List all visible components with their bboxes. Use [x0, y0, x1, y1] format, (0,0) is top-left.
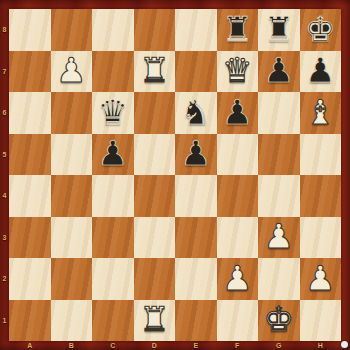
- file-label-h: H: [300, 341, 342, 350]
- square-g5[interactable]: [258, 134, 300, 176]
- square-b3[interactable]: [51, 217, 93, 259]
- square-c1[interactable]: [92, 300, 134, 342]
- square-h4[interactable]: [300, 175, 342, 217]
- square-f1[interactable]: [217, 300, 259, 342]
- side-to-move-indicator: [341, 341, 348, 348]
- rank-label-7: 7: [0, 51, 9, 93]
- file-label-a: A: [9, 341, 51, 350]
- square-c4[interactable]: [92, 175, 134, 217]
- square-e4[interactable]: [175, 175, 217, 217]
- white-pawn-g3[interactable]: ♟: [264, 219, 294, 253]
- rank-label-8: 8: [0, 9, 9, 51]
- square-g2[interactable]: [258, 258, 300, 300]
- black-knight-e6[interactable]: ♞: [181, 95, 211, 129]
- square-c2[interactable]: [92, 258, 134, 300]
- square-h8[interactable]: ♚: [300, 9, 342, 51]
- file-label-c: C: [92, 341, 134, 350]
- square-h2[interactable]: ♟: [300, 258, 342, 300]
- rank-label-6: 6: [0, 92, 9, 134]
- white-pawn-f2[interactable]: ♟: [222, 261, 252, 295]
- black-pawn-h7[interactable]: ♟: [305, 53, 335, 87]
- square-d6[interactable]: [134, 92, 176, 134]
- white-queen-f7[interactable]: ♛: [222, 53, 252, 87]
- square-c6[interactable]: ♛: [92, 92, 134, 134]
- white-king-g1[interactable]: ♚: [264, 302, 294, 336]
- white-pawn-h2[interactable]: ♟: [305, 261, 335, 295]
- square-h1[interactable]: [300, 300, 342, 342]
- square-d1[interactable]: ♜: [134, 300, 176, 342]
- square-b4[interactable]: [51, 175, 93, 217]
- black-pawn-f6[interactable]: ♟: [222, 95, 252, 129]
- square-d7[interactable]: ♜: [134, 51, 176, 93]
- square-c7[interactable]: [92, 51, 134, 93]
- square-b2[interactable]: [51, 258, 93, 300]
- square-h7[interactable]: ♟: [300, 51, 342, 93]
- square-b6[interactable]: [51, 92, 93, 134]
- square-d4[interactable]: [134, 175, 176, 217]
- black-rook-f8[interactable]: ♜: [222, 12, 252, 46]
- square-f8[interactable]: ♜: [217, 9, 259, 51]
- square-c3[interactable]: [92, 217, 134, 259]
- chess-frame: ♜♜♚♟♜♛♟♟♛♞♟♝♟♟♟♟♟♜♚ 87654321 ABCDEFGH: [0, 0, 350, 350]
- square-g4[interactable]: [258, 175, 300, 217]
- rank-label-4: 4: [0, 175, 9, 217]
- square-f4[interactable]: [217, 175, 259, 217]
- square-c8[interactable]: [92, 9, 134, 51]
- square-a8[interactable]: [9, 9, 51, 51]
- square-g1[interactable]: ♚: [258, 300, 300, 342]
- square-e3[interactable]: [175, 217, 217, 259]
- rank-label-1: 1: [0, 300, 9, 342]
- square-d2[interactable]: [134, 258, 176, 300]
- file-label-f: F: [217, 341, 259, 350]
- square-a4[interactable]: [9, 175, 51, 217]
- chess-board: ♜♜♚♟♜♛♟♟♛♞♟♝♟♟♟♟♟♜♚: [9, 9, 341, 341]
- square-a7[interactable]: [9, 51, 51, 93]
- square-b8[interactable]: [51, 9, 93, 51]
- square-c5[interactable]: ♟: [92, 134, 134, 176]
- square-d3[interactable]: [134, 217, 176, 259]
- square-g7[interactable]: ♟: [258, 51, 300, 93]
- square-e2[interactable]: [175, 258, 217, 300]
- white-bishop-h6[interactable]: ♝: [305, 95, 335, 129]
- rank-label-5: 5: [0, 134, 9, 176]
- square-f6[interactable]: ♟: [217, 92, 259, 134]
- square-f7[interactable]: ♛: [217, 51, 259, 93]
- file-label-b: B: [51, 341, 93, 350]
- square-d8[interactable]: [134, 9, 176, 51]
- square-g6[interactable]: [258, 92, 300, 134]
- black-pawn-c5[interactable]: ♟: [98, 136, 128, 170]
- square-a1[interactable]: [9, 300, 51, 342]
- square-a3[interactable]: [9, 217, 51, 259]
- square-h3[interactable]: [300, 217, 342, 259]
- square-e1[interactable]: [175, 300, 217, 342]
- square-f5[interactable]: [217, 134, 259, 176]
- black-queen-c6[interactable]: ♛: [98, 95, 128, 129]
- square-b1[interactable]: [51, 300, 93, 342]
- white-rook-d7[interactable]: ♜: [139, 53, 169, 87]
- square-g8[interactable]: ♜: [258, 9, 300, 51]
- file-label-e: E: [175, 341, 217, 350]
- square-f3[interactable]: [217, 217, 259, 259]
- rank-label-2: 2: [0, 258, 9, 300]
- black-pawn-e5[interactable]: ♟: [181, 136, 211, 170]
- square-e7[interactable]: [175, 51, 217, 93]
- black-pawn-g7[interactable]: ♟: [264, 53, 294, 87]
- square-d5[interactable]: [134, 134, 176, 176]
- square-h6[interactable]: ♝: [300, 92, 342, 134]
- file-label-d: D: [134, 341, 176, 350]
- square-e6[interactable]: ♞: [175, 92, 217, 134]
- white-rook-d1[interactable]: ♜: [139, 302, 169, 336]
- white-pawn-b7[interactable]: ♟: [56, 53, 86, 87]
- square-b7[interactable]: ♟: [51, 51, 93, 93]
- square-a5[interactable]: [9, 134, 51, 176]
- square-f2[interactable]: ♟: [217, 258, 259, 300]
- square-a6[interactable]: [9, 92, 51, 134]
- square-b5[interactable]: [51, 134, 93, 176]
- square-e8[interactable]: [175, 9, 217, 51]
- square-h5[interactable]: [300, 134, 342, 176]
- square-g3[interactable]: ♟: [258, 217, 300, 259]
- square-e5[interactable]: ♟: [175, 134, 217, 176]
- black-king-h8[interactable]: ♚: [305, 12, 335, 46]
- square-a2[interactable]: [9, 258, 51, 300]
- black-rook-g8[interactable]: ♜: [264, 12, 294, 46]
- file-label-g: G: [258, 341, 300, 350]
- rank-label-3: 3: [0, 217, 9, 259]
